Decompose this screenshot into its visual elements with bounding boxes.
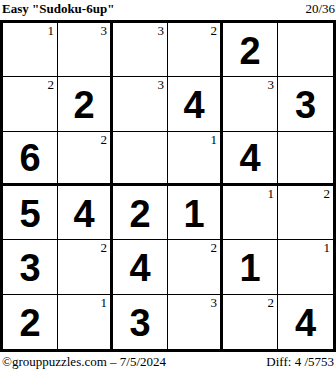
given-digit: 5 bbox=[19, 193, 40, 233]
pencil-mark: 1 bbox=[211, 132, 218, 147]
pencil-mark: 2 bbox=[324, 186, 331, 201]
cell-r2c5[interactable]: 3 bbox=[223, 77, 278, 131]
given-digit: 2 bbox=[73, 84, 94, 124]
cell-r2c3[interactable]: 3 bbox=[113, 77, 168, 131]
given-digit: 6 bbox=[19, 137, 40, 177]
pencil-mark: 3 bbox=[158, 77, 165, 92]
cell-r1c3[interactable]: 3 bbox=[113, 23, 168, 77]
cell-r2c4[interactable]: 4 bbox=[168, 77, 223, 131]
cell-r3c5[interactable]: 4 bbox=[223, 132, 278, 186]
cell-r4c5[interactable]: 1 bbox=[223, 186, 278, 240]
cell-r2c1[interactable]: 2 bbox=[3, 77, 58, 131]
cell-r4c3[interactable]: 2 bbox=[113, 186, 168, 240]
given-digit: 4 bbox=[295, 302, 316, 342]
given-digit: 4 bbox=[73, 193, 94, 233]
puzzle-title: Easy "Sudoku-6up" bbox=[2, 1, 114, 17]
cell-r5c6[interactable]: 1 bbox=[278, 240, 333, 294]
pencil-mark: 1 bbox=[48, 23, 55, 38]
header: Easy "Sudoku-6up" 20/36 bbox=[0, 0, 336, 20]
given-digit: 1 bbox=[239, 247, 260, 287]
pencil-mark: 2 bbox=[268, 295, 275, 310]
cell-r2c6[interactable]: 3 bbox=[278, 77, 333, 131]
cell-r3c6[interactable] bbox=[278, 132, 333, 186]
puzzle-counter: 20/36 bbox=[305, 1, 335, 17]
cell-r5c4[interactable]: 2 bbox=[168, 240, 223, 294]
cell-r4c6[interactable]: 2 bbox=[278, 186, 333, 240]
cell-r1c5[interactable]: 2 bbox=[223, 23, 278, 77]
cell-r5c1[interactable]: 3 bbox=[3, 240, 58, 294]
sudoku-grid: 133222234336214542112324211213324 bbox=[0, 20, 336, 352]
copyright-text: ©grouppuzzles.com – 7/5/2024 bbox=[2, 354, 166, 369]
cell-r3c1[interactable]: 6 bbox=[3, 132, 58, 186]
cell-r5c2[interactable]: 2 bbox=[58, 240, 113, 294]
cell-r4c1[interactable]: 5 bbox=[3, 186, 58, 240]
cell-r6c4[interactable]: 3 bbox=[168, 295, 223, 349]
given-digit: 3 bbox=[295, 84, 316, 124]
pencil-mark: 3 bbox=[211, 295, 218, 310]
given-digit: 2 bbox=[239, 30, 260, 70]
cell-r3c2[interactable]: 2 bbox=[58, 132, 113, 186]
given-digit: 2 bbox=[19, 302, 40, 342]
cell-r4c4[interactable]: 1 bbox=[168, 186, 223, 240]
cell-r2c2[interactable]: 2 bbox=[58, 77, 113, 131]
cell-r1c2[interactable]: 3 bbox=[58, 23, 113, 77]
pencil-mark: 3 bbox=[268, 77, 275, 92]
pencil-mark: 3 bbox=[101, 23, 108, 38]
pencil-mark: 1 bbox=[268, 186, 275, 201]
given-digit: 4 bbox=[183, 84, 204, 124]
pencil-mark: 3 bbox=[158, 23, 165, 38]
cell-r6c3[interactable]: 3 bbox=[113, 295, 168, 349]
pencil-mark: 2 bbox=[101, 132, 108, 147]
cell-r1c6[interactable] bbox=[278, 23, 333, 77]
pencil-mark: 1 bbox=[101, 295, 108, 310]
pencil-mark: 2 bbox=[48, 77, 55, 92]
pencil-mark: 2 bbox=[211, 240, 218, 255]
cell-r4c2[interactable]: 4 bbox=[58, 186, 113, 240]
pencil-mark: 2 bbox=[101, 240, 108, 255]
given-digit: 3 bbox=[129, 302, 150, 342]
given-digit: 4 bbox=[239, 137, 260, 177]
pencil-mark: 2 bbox=[211, 23, 218, 38]
cell-r3c3[interactable] bbox=[113, 132, 168, 186]
given-digit: 1 bbox=[183, 193, 204, 233]
cell-r6c1[interactable]: 2 bbox=[3, 295, 58, 349]
cell-r3c4[interactable]: 1 bbox=[168, 132, 223, 186]
cell-r6c2[interactable]: 1 bbox=[58, 295, 113, 349]
difficulty-text: Diff: 4 /5753 bbox=[266, 354, 334, 369]
cell-r1c4[interactable]: 2 bbox=[168, 23, 223, 77]
pencil-mark: 1 bbox=[324, 240, 331, 255]
given-digit: 2 bbox=[129, 193, 150, 233]
cell-r5c5[interactable]: 1 bbox=[223, 240, 278, 294]
cell-r5c3[interactable]: 4 bbox=[113, 240, 168, 294]
cell-r1c1[interactable]: 1 bbox=[3, 23, 58, 77]
cell-r6c6[interactable]: 4 bbox=[278, 295, 333, 349]
given-digit: 4 bbox=[129, 247, 150, 287]
cell-r6c5[interactable]: 2 bbox=[223, 295, 278, 349]
footer: ©grouppuzzles.com – 7/5/2024 Diff: 4 /57… bbox=[0, 352, 336, 370]
given-digit: 3 bbox=[19, 247, 40, 287]
